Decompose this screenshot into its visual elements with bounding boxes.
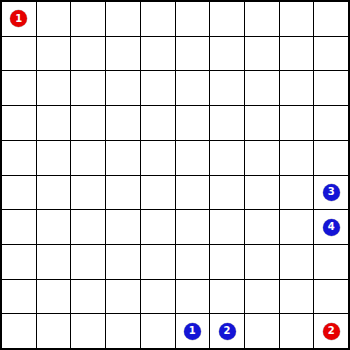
board-cell-r3-c9[interactable] [280, 71, 314, 105]
board-cell-r7-c4[interactable] [106, 210, 140, 244]
board-cell-r7-c3[interactable] [71, 210, 105, 244]
board-cell-r2-c8[interactable] [245, 37, 279, 71]
board-cell-r6-c1[interactable] [2, 176, 36, 210]
board-cell-r2-c3[interactable] [71, 37, 105, 71]
board-cell-r1-c3[interactable] [71, 2, 105, 36]
board-cell-r1-c10[interactable] [314, 2, 348, 36]
board-cell-r8-c7[interactable] [210, 245, 244, 279]
board-cell-r9-c10[interactable] [314, 280, 348, 314]
board-cell-r2-c1[interactable] [2, 37, 36, 71]
board-cell-r2-c6[interactable] [176, 37, 210, 71]
board-cell-r5-c8[interactable] [245, 141, 279, 175]
board-cell-r8-c1[interactable] [2, 245, 36, 279]
board-cell-r4-c6[interactable] [176, 106, 210, 140]
board-cell-r10-c7[interactable]: 2 [210, 314, 244, 348]
board-cell-r6-c10[interactable]: 3 [314, 176, 348, 210]
board-cell-r9-c2[interactable] [37, 280, 71, 314]
board-cell-r6-c7[interactable] [210, 176, 244, 210]
board-cell-r6-c6[interactable] [176, 176, 210, 210]
board-cell-r3-c6[interactable] [176, 71, 210, 105]
board-cell-r7-c9[interactable] [280, 210, 314, 244]
board-cell-r9-c1[interactable] [2, 280, 36, 314]
board-cell-r6-c3[interactable] [71, 176, 105, 210]
game-board: 134122 [0, 0, 350, 350]
board-cell-r8-c8[interactable] [245, 245, 279, 279]
board-cell-r4-c4[interactable] [106, 106, 140, 140]
game-board-area: 134122 [0, 0, 350, 350]
board-cell-r9-c9[interactable] [280, 280, 314, 314]
board-cell-r9-c7[interactable] [210, 280, 244, 314]
board-cell-r5-c5[interactable] [141, 141, 175, 175]
board-cell-r2-c5[interactable] [141, 37, 175, 71]
board-cell-r6-c2[interactable] [37, 176, 71, 210]
board-cell-r10-c2[interactable] [37, 314, 71, 348]
board-cell-r9-c6[interactable] [176, 280, 210, 314]
board-cell-r6-c9[interactable] [280, 176, 314, 210]
board-cell-r10-c3[interactable] [71, 314, 105, 348]
board-cell-r2-c2[interactable] [37, 37, 71, 71]
board-cell-r2-c4[interactable] [106, 37, 140, 71]
red-disc-1[interactable]: 1 [10, 10, 27, 27]
board-cell-r6-c5[interactable] [141, 176, 175, 210]
board-cell-r5-c10[interactable] [314, 141, 348, 175]
board-cell-r4-c9[interactable] [280, 106, 314, 140]
board-cell-r1-c1[interactable]: 1 [2, 2, 36, 36]
board-cell-r8-c2[interactable] [37, 245, 71, 279]
board-cell-r3-c2[interactable] [37, 71, 71, 105]
board-cell-r3-c3[interactable] [71, 71, 105, 105]
board-cell-r3-c10[interactable] [314, 71, 348, 105]
blue-disc-3[interactable]: 3 [323, 184, 340, 201]
board-cell-r1-c2[interactable] [37, 2, 71, 36]
board-cell-r10-c1[interactable] [2, 314, 36, 348]
board-cell-r4-c7[interactable] [210, 106, 244, 140]
board-cell-r10-c6[interactable]: 1 [176, 314, 210, 348]
board-cell-r4-c2[interactable] [37, 106, 71, 140]
blue-disc-2[interactable]: 2 [219, 323, 236, 340]
board-cell-r4-c1[interactable] [2, 106, 36, 140]
board-cell-r7-c7[interactable] [210, 210, 244, 244]
board-cell-r10-c5[interactable] [141, 314, 175, 348]
board-cell-r3-c7[interactable] [210, 71, 244, 105]
board-cell-r9-c4[interactable] [106, 280, 140, 314]
board-cell-r1-c9[interactable] [280, 2, 314, 36]
blue-disc-4[interactable]: 4 [323, 219, 340, 236]
board-cell-r5-c3[interactable] [71, 141, 105, 175]
board-cell-r6-c8[interactable] [245, 176, 279, 210]
board-cell-r1-c6[interactable] [176, 2, 210, 36]
board-cell-r1-c8[interactable] [245, 2, 279, 36]
board-cell-r4-c5[interactable] [141, 106, 175, 140]
board-cell-r6-c4[interactable] [106, 176, 140, 210]
board-cell-r2-c9[interactable] [280, 37, 314, 71]
board-cell-r1-c5[interactable] [141, 2, 175, 36]
board-cell-r7-c10[interactable]: 4 [314, 210, 348, 244]
board-cell-r10-c10[interactable]: 2 [314, 314, 348, 348]
red-disc-2[interactable]: 2 [323, 323, 340, 340]
board-cell-r3-c5[interactable] [141, 71, 175, 105]
board-cell-r8-c3[interactable] [71, 245, 105, 279]
board-cell-r4-c3[interactable] [71, 106, 105, 140]
board-cell-r4-c8[interactable] [245, 106, 279, 140]
board-cell-r5-c7[interactable] [210, 141, 244, 175]
board-cell-r3-c4[interactable] [106, 71, 140, 105]
board-cell-r10-c4[interactable] [106, 314, 140, 348]
board-cell-r8-c5[interactable] [141, 245, 175, 279]
board-cell-r5-c9[interactable] [280, 141, 314, 175]
board-cell-r2-c7[interactable] [210, 37, 244, 71]
board-cell-r8-c4[interactable] [106, 245, 140, 279]
blue-disc-1[interactable]: 1 [184, 323, 201, 340]
board-cell-r7-c2[interactable] [37, 210, 71, 244]
board-cell-r10-c9[interactable] [280, 314, 314, 348]
board-cell-r3-c8[interactable] [245, 71, 279, 105]
board-cell-r7-c5[interactable] [141, 210, 175, 244]
board-cell-r2-c10[interactable] [314, 37, 348, 71]
board-cell-r8-c10[interactable] [314, 245, 348, 279]
board-cell-r1-c7[interactable] [210, 2, 244, 36]
board-cell-r9-c3[interactable] [71, 280, 105, 314]
board-cell-r5-c1[interactable] [2, 141, 36, 175]
board-cell-r1-c4[interactable] [106, 2, 140, 36]
board-cell-r5-c4[interactable] [106, 141, 140, 175]
board-cell-r8-c6[interactable] [176, 245, 210, 279]
board-cell-r5-c6[interactable] [176, 141, 210, 175]
board-cell-r10-c8[interactable] [245, 314, 279, 348]
board-cell-r9-c8[interactable] [245, 280, 279, 314]
board-cell-r7-c8[interactable] [245, 210, 279, 244]
board-cell-r9-c5[interactable] [141, 280, 175, 314]
board-cell-r7-c1[interactable] [2, 210, 36, 244]
board-cell-r8-c9[interactable] [280, 245, 314, 279]
board-cell-r7-c6[interactable] [176, 210, 210, 244]
board-cell-r5-c2[interactable] [37, 141, 71, 175]
board-cell-r4-c10[interactable] [314, 106, 348, 140]
board-cell-r3-c1[interactable] [2, 71, 36, 105]
